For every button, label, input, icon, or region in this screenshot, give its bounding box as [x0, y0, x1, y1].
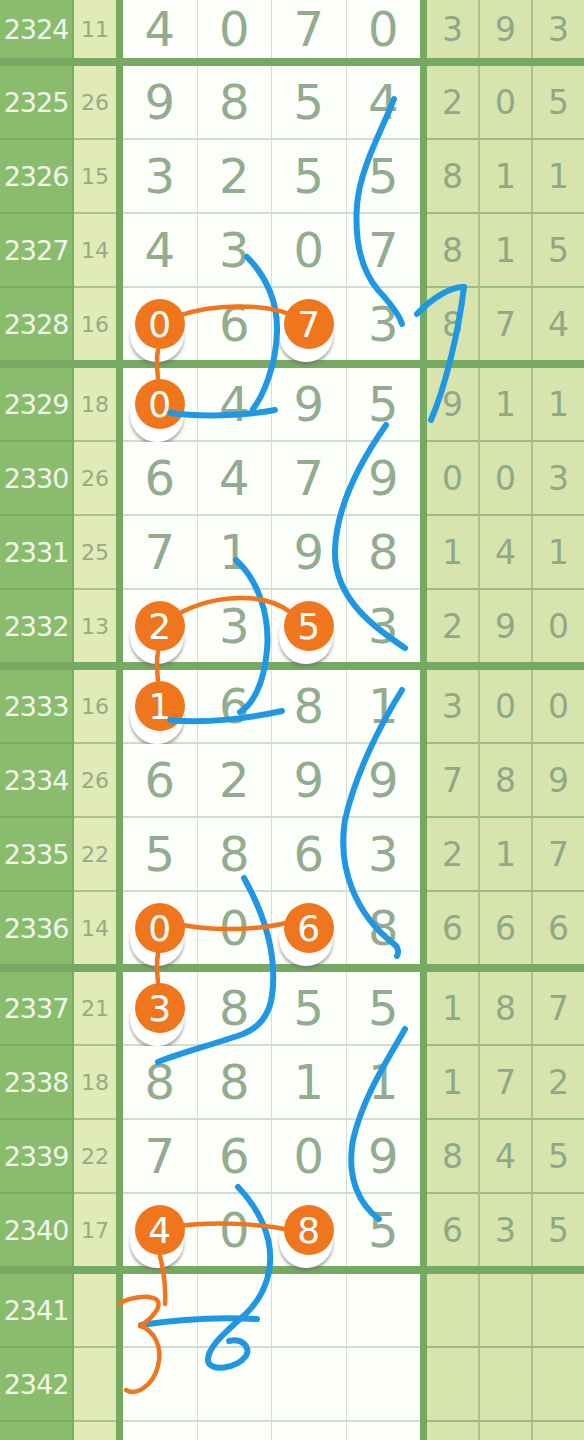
extra-digit-cell: [480, 1348, 533, 1422]
table-row-2333: 2333161681300: [0, 670, 584, 744]
circled-digit: 0: [135, 903, 185, 953]
circled-digit: 6: [284, 903, 334, 953]
main-digit-cell[interactable]: 7: [347, 214, 421, 288]
main-digit-cell[interactable]: [272, 1274, 347, 1348]
grid-divider: [420, 214, 427, 288]
main-digit-cell[interactable]: 3: [347, 590, 421, 662]
main-digit-group: [123, 1348, 420, 1422]
main-digit-cell[interactable]: 1: [198, 516, 273, 590]
main-digit-cell[interactable]: 4: [123, 214, 198, 288]
group-separator: [0, 360, 584, 368]
grid-divider: [420, 892, 427, 964]
sum-cell: 18: [74, 1046, 116, 1120]
period-cell: 2334: [0, 744, 74, 818]
grid-divider: [420, 670, 427, 744]
extra-digit-cell: 1: [480, 368, 533, 442]
extra-digit-group: [427, 1422, 584, 1440]
main-digit-group: 2353: [123, 590, 420, 662]
main-digit-group: 3255: [123, 140, 420, 214]
period-cell: 2325: [0, 66, 74, 140]
grid-divider: [116, 744, 123, 818]
sum-cell: 18: [74, 368, 116, 442]
main-digit-cell[interactable]: [347, 1422, 421, 1440]
grid-divider: [420, 1274, 427, 1348]
extra-digit-cell: 2: [427, 66, 480, 140]
table-row-2337: 2337213855187: [0, 972, 584, 1046]
extra-digit-cell: [533, 1274, 584, 1348]
main-digit-cell[interactable]: 9: [347, 442, 421, 516]
grid-divider: [116, 1422, 123, 1440]
main-digit-cell[interactable]: 9: [272, 744, 347, 818]
grid-divider: [116, 140, 123, 214]
table-row-2341: 2341: [0, 1274, 584, 1348]
main-digit-cell[interactable]: 3: [123, 140, 198, 214]
extra-digit-cell: [480, 1422, 533, 1440]
main-digit-cell[interactable]: 4: [123, 0, 198, 58]
main-digit-cell[interactable]: 5: [347, 368, 421, 442]
grid-divider: [116, 516, 123, 590]
grid-divider: [420, 288, 427, 360]
extra-digit-cell: 7: [427, 744, 480, 818]
sum-cell: 16: [74, 670, 116, 744]
extra-digit-cell: 0: [533, 670, 584, 744]
main-digit-cell[interactable]: 0: [198, 892, 273, 964]
main-digit-cell[interactable]: 5: [347, 140, 421, 214]
main-digit-cell-circled[interactable]: 6: [272, 892, 347, 964]
grid-divider: [420, 442, 427, 516]
grid-divider: [116, 590, 123, 662]
sum-cell: 21: [74, 972, 116, 1046]
main-digit-cell[interactable]: 2: [198, 140, 273, 214]
circled-digit: 4: [135, 1205, 185, 1255]
period-cell: 2326: [0, 140, 74, 214]
extra-digit-cell: 1: [427, 1046, 480, 1120]
main-digit-group: 5863: [123, 818, 420, 892]
highlight-circle: 1: [135, 681, 185, 731]
extra-digit-cell: [480, 1274, 533, 1348]
main-digit-group: 0673: [123, 288, 420, 360]
sum-cell: 11: [74, 0, 116, 58]
sum-cell: 14: [74, 892, 116, 964]
grid-divider: [420, 1348, 427, 1422]
main-digit-group: 6479: [123, 442, 420, 516]
period-cell: 2340: [0, 1194, 74, 1266]
extra-digit-group: 205: [427, 66, 584, 140]
extra-digit-cell: 9: [533, 744, 584, 818]
main-digit-cell[interactable]: 8: [198, 818, 273, 892]
main-digit-cell[interactable]: 5: [272, 66, 347, 140]
main-digit-cell[interactable]: 6: [198, 288, 273, 360]
main-digit-cell[interactable]: 4: [198, 368, 273, 442]
extra-digit-cell: 3: [533, 0, 584, 58]
extra-digit-group: 635: [427, 1194, 584, 1266]
main-digit-cell[interactable]: 8: [198, 972, 273, 1046]
main-digit-cell[interactable]: 9: [347, 744, 421, 818]
main-digit-cell-circled[interactable]: 8: [272, 1194, 347, 1266]
sum-cell: 13: [74, 590, 116, 662]
main-digit-cell[interactable]: 7: [272, 442, 347, 516]
grid-divider: [116, 214, 123, 288]
extra-digit-cell: 3: [533, 442, 584, 516]
period-cell: 2327: [0, 214, 74, 288]
extra-digit-group: 911: [427, 368, 584, 442]
extra-digit-cell: 0: [480, 670, 533, 744]
main-digit-cell[interactable]: 6: [198, 1120, 273, 1194]
highlight-circle: 5: [284, 601, 334, 651]
extra-digit-cell: 4: [480, 1120, 533, 1194]
main-digit-cell[interactable]: 8: [272, 670, 347, 744]
extra-digit-cell: 7: [533, 972, 584, 1046]
period-cell: 2332: [0, 590, 74, 662]
grid-divider: [116, 1120, 123, 1194]
grid-divider: [420, 1422, 427, 1440]
highlight-circle: 2: [135, 601, 185, 651]
main-digit-group: 3855: [123, 972, 420, 1046]
period-cell: 2328: [0, 288, 74, 360]
grid-divider: [116, 892, 123, 964]
main-digit-cell[interactable]: 8: [347, 516, 421, 590]
extra-digit-cell: 2: [427, 818, 480, 892]
main-digit-cell[interactable]: [123, 1348, 198, 1422]
main-digit-cell[interactable]: [198, 1274, 273, 1348]
circled-digit: 1: [135, 681, 185, 731]
extra-digit-cell: 3: [427, 0, 480, 58]
extra-digit-cell: 8: [427, 1120, 480, 1194]
grid-divider: [116, 1046, 123, 1120]
sum-cell: [74, 1274, 116, 1348]
main-digit-cell[interactable]: 3: [198, 590, 273, 662]
sum-cell: 22: [74, 818, 116, 892]
circled-digit: 3: [135, 983, 185, 1033]
extra-digit-cell: 7: [480, 1046, 533, 1120]
main-digit-group: 8811: [123, 1046, 420, 1120]
extra-digit-cell: 5: [533, 66, 584, 140]
main-digit-cell[interactable]: 9: [272, 516, 347, 590]
extra-digit-group: 845: [427, 1120, 584, 1194]
grid-divider: [116, 442, 123, 516]
table-row-2340: 2340174085635: [0, 1194, 584, 1266]
extra-digit-group: 003: [427, 442, 584, 516]
main-digit-group: [123, 1422, 420, 1440]
main-digit-cell[interactable]: [272, 1348, 347, 1422]
period-cell: 2338: [0, 1046, 74, 1120]
table-row-2326: 2326153255811: [0, 140, 584, 214]
highlight-circle: 4: [135, 1205, 185, 1255]
extra-digit-group: 172: [427, 1046, 584, 1120]
lottery-trend-chart-screen: 2324114070393232526985420523261532558112…: [0, 0, 584, 1440]
highlight-circle: 3: [135, 983, 185, 1033]
main-digit-cell[interactable]: 6: [272, 818, 347, 892]
period-cell: 2330: [0, 442, 74, 516]
extra-digit-cell: 4: [533, 288, 584, 360]
extra-digit-group: 187: [427, 972, 584, 1046]
main-digit-group: 4070: [123, 0, 420, 58]
table-row-2332: 2332132353290: [0, 590, 584, 662]
main-digit-cell-circled[interactable]: 7: [272, 288, 347, 360]
extra-digit-cell: 3: [427, 670, 480, 744]
sum-cell: 25: [74, 516, 116, 590]
circled-digit: 0: [135, 299, 185, 349]
grid-divider: [116, 1348, 123, 1422]
sum-cell: 26: [74, 442, 116, 516]
extra-digit-cell: 5: [533, 1120, 584, 1194]
extra-digit-cell: 6: [480, 892, 533, 964]
grid-divider: [116, 0, 123, 58]
extra-digit-group: 789: [427, 744, 584, 818]
main-digit-group: 0495: [123, 368, 420, 442]
extra-digit-cell: 0: [533, 590, 584, 662]
table-row-2329: 2329180495911: [0, 368, 584, 442]
circled-digit: 0: [135, 379, 185, 429]
table-row-2334: 2334266299789: [0, 744, 584, 818]
extra-digit-cell: 5: [533, 1194, 584, 1266]
table-row-2339: 2339227609845: [0, 1120, 584, 1194]
main-digit-cell[interactable]: 0: [198, 0, 273, 58]
group-separator: [0, 58, 584, 66]
main-digit-cell[interactable]: 8: [198, 66, 273, 140]
main-digit-cell[interactable]: 5: [347, 1194, 421, 1266]
table-row-2342: 2342: [0, 1348, 584, 1422]
main-digit-cell[interactable]: [198, 1348, 273, 1422]
grid-divider: [420, 1194, 427, 1266]
main-digit-cell[interactable]: 6: [123, 744, 198, 818]
main-digit-cell-circled[interactable]: 0: [123, 288, 198, 360]
extra-digit-cell: 1: [427, 516, 480, 590]
grid-divider: [420, 66, 427, 140]
extra-digit-cell: 9: [480, 0, 533, 58]
trend-chart: 2324114070393232526985420523261532558112…: [0, 0, 584, 1440]
main-digit-cell[interactable]: 4: [347, 66, 421, 140]
main-digit-cell[interactable]: 7: [272, 0, 347, 58]
main-digit-group: 4307: [123, 214, 420, 288]
period-cell: 2337: [0, 972, 74, 1046]
period-cell: 2342: [0, 1348, 74, 1422]
period-cell: 2324: [0, 0, 74, 58]
main-digit-cell[interactable]: 0: [347, 0, 421, 58]
grid-divider: [420, 140, 427, 214]
extra-digit-cell: 8: [427, 288, 480, 360]
grid-divider: [420, 1046, 427, 1120]
extra-digit-cell: 1: [533, 140, 584, 214]
group-separator: [0, 662, 584, 670]
main-digit-cell[interactable]: [123, 1274, 198, 1348]
main-digit-group: [123, 1274, 420, 1348]
circled-digit: 7: [284, 299, 334, 349]
extra-digit-group: 811: [427, 140, 584, 214]
table-row-partial: [0, 1422, 584, 1440]
highlight-circle: 6: [284, 903, 334, 953]
period-cell: 2339: [0, 1120, 74, 1194]
extra-digit-cell: 5: [533, 214, 584, 288]
main-digit-cell[interactable]: [347, 1274, 421, 1348]
period-cell: 2335: [0, 818, 74, 892]
grid-divider: [420, 0, 427, 58]
extra-digit-cell: 8: [427, 140, 480, 214]
main-digit-cell[interactable]: 5: [347, 972, 421, 1046]
extra-digit-cell: 9: [480, 590, 533, 662]
extra-digit-cell: [533, 1348, 584, 1422]
highlight-circle: 7: [284, 299, 334, 349]
period-cell: 2331: [0, 516, 74, 590]
grid-divider: [420, 744, 427, 818]
extra-digit-cell: 8: [480, 744, 533, 818]
sum-cell: 26: [74, 66, 116, 140]
sum-cell: 26: [74, 744, 116, 818]
group-separator: [0, 1266, 584, 1274]
main-digit-cell[interactable]: 9: [347, 1120, 421, 1194]
period-cell: 2336: [0, 892, 74, 964]
extra-digit-cell: 2: [533, 1046, 584, 1120]
main-digit-group: 0068: [123, 892, 420, 964]
extra-digit-cell: 4: [480, 516, 533, 590]
extra-digit-cell: 6: [533, 892, 584, 964]
main-digit-cell[interactable]: [198, 1422, 273, 1440]
extra-digit-cell: 0: [480, 442, 533, 516]
extra-digit-cell: 1: [480, 818, 533, 892]
extra-digit-cell: [427, 1422, 480, 1440]
grid-divider: [116, 1274, 123, 1348]
grid-divider: [116, 288, 123, 360]
main-digit-cell[interactable]: 1: [347, 1046, 421, 1120]
main-digit-cell[interactable]: 7: [123, 516, 198, 590]
extra-digit-cell: 7: [533, 818, 584, 892]
sum-cell: 22: [74, 1120, 116, 1194]
main-digit-cell[interactable]: 3: [198, 214, 273, 288]
sum-cell: 15: [74, 140, 116, 214]
extra-digit-group: 815: [427, 214, 584, 288]
sum-cell: [74, 1422, 116, 1440]
grid-divider: [420, 1120, 427, 1194]
main-digit-cell[interactable]: 6: [123, 442, 198, 516]
main-digit-cell-circled[interactable]: 5: [272, 590, 347, 662]
table-row-2338: 2338188811172: [0, 1046, 584, 1120]
main-digit-cell[interactable]: 0: [198, 1194, 273, 1266]
extra-digit-cell: [533, 1422, 584, 1440]
main-digit-cell[interactable]: 5: [272, 972, 347, 1046]
main-digit-cell[interactable]: 0: [272, 1120, 347, 1194]
main-digit-cell-circled[interactable]: 2: [123, 590, 198, 662]
highlight-circle: 0: [135, 903, 185, 953]
main-digit-group: 7198: [123, 516, 420, 590]
extra-digit-cell: 8: [480, 972, 533, 1046]
main-digit-cell[interactable]: 8: [123, 1046, 198, 1120]
main-digit-cell-circled[interactable]: 1: [123, 670, 198, 744]
table-row-2335: 2335225863217: [0, 818, 584, 892]
extra-digit-cell: 6: [427, 1194, 480, 1266]
grid-divider: [420, 590, 427, 662]
extra-digit-cell: 7: [480, 288, 533, 360]
highlight-circle: 0: [135, 379, 185, 429]
period-cell: [0, 1422, 74, 1440]
sum-cell: 14: [74, 214, 116, 288]
extra-digit-cell: 2: [427, 590, 480, 662]
extra-digit-group: 874: [427, 288, 584, 360]
extra-digit-cell: 0: [480, 66, 533, 140]
main-digit-group: 7609: [123, 1120, 420, 1194]
table-row-2328: 2328160673874: [0, 288, 584, 360]
main-digit-cell-circled[interactable]: 0: [123, 892, 198, 964]
grid-divider: [420, 972, 427, 1046]
sum-cell: 16: [74, 288, 116, 360]
extra-digit-cell: 1: [427, 972, 480, 1046]
table-row-2336: 2336140068666: [0, 892, 584, 964]
grid-divider: [116, 66, 123, 140]
extra-digit-cell: [427, 1348, 480, 1422]
main-digit-cell[interactable]: 9: [123, 66, 198, 140]
main-digit-cell[interactable]: 5: [123, 818, 198, 892]
main-digit-cell[interactable]: 5: [272, 140, 347, 214]
extra-digit-group: 290: [427, 590, 584, 662]
main-digit-cell[interactable]: 8: [347, 892, 421, 964]
period-cell: 2341: [0, 1274, 74, 1348]
main-digit-group: 4085: [123, 1194, 420, 1266]
grid-divider: [420, 818, 427, 892]
extra-digit-group: 217: [427, 818, 584, 892]
main-digit-cell[interactable]: 8: [198, 1046, 273, 1120]
main-digit-cell[interactable]: 7: [123, 1120, 198, 1194]
main-digit-cell[interactable]: 2: [198, 744, 273, 818]
main-digit-cell-circled[interactable]: 4: [123, 1194, 198, 1266]
main-digit-cell[interactable]: 3: [347, 288, 421, 360]
extra-digit-cell: 8: [427, 214, 480, 288]
extra-digit-cell: 9: [427, 368, 480, 442]
main-digit-cell-circled[interactable]: 0: [123, 368, 198, 442]
grid-divider: [116, 972, 123, 1046]
main-digit-group: 6299: [123, 744, 420, 818]
main-digit-cell[interactable]: [347, 1348, 421, 1422]
main-digit-cell[interactable]: 1: [347, 670, 421, 744]
highlight-circle: 0: [135, 299, 185, 349]
period-cell: 2333: [0, 670, 74, 744]
extra-digit-cell: [427, 1274, 480, 1348]
main-digit-cell[interactable]: 9: [272, 368, 347, 442]
main-digit-cell-circled[interactable]: 3: [123, 972, 198, 1046]
main-digit-cell[interactable]: 4: [198, 442, 273, 516]
sum-cell: 17: [74, 1194, 116, 1266]
grid-divider: [116, 368, 123, 442]
extra-digit-cell: 3: [480, 1194, 533, 1266]
extra-digit-cell: 1: [533, 368, 584, 442]
main-digit-cell[interactable]: 3: [347, 818, 421, 892]
grid-divider: [116, 670, 123, 744]
table-row-2330: 2330266479003: [0, 442, 584, 516]
extra-digit-group: 393: [427, 0, 584, 58]
extra-digit-group: 141: [427, 516, 584, 590]
table-row-2324: 2324114070393: [0, 0, 584, 58]
main-digit-group: 9854: [123, 66, 420, 140]
table-row-2325: 2325269854205: [0, 66, 584, 140]
grid-divider: [116, 818, 123, 892]
extra-digit-cell: 1: [480, 214, 533, 288]
extra-digit-group: [427, 1348, 584, 1422]
table-row-2331: 2331257198141: [0, 516, 584, 590]
period-cell: 2329: [0, 368, 74, 442]
main-digit-cell[interactable]: 0: [272, 214, 347, 288]
main-digit-group: 1681: [123, 670, 420, 744]
sum-cell: [74, 1348, 116, 1422]
main-digit-cell[interactable]: 1: [272, 1046, 347, 1120]
grid-divider: [420, 368, 427, 442]
highlight-circle: 8: [284, 1205, 334, 1255]
extra-digit-cell: 0: [427, 442, 480, 516]
main-digit-cell[interactable]: 6: [198, 670, 273, 744]
main-digit-cell[interactable]: [123, 1422, 198, 1440]
extra-digit-cell: 1: [533, 516, 584, 590]
circled-digit: 5: [284, 601, 334, 651]
main-digit-cell[interactable]: [272, 1422, 347, 1440]
group-separator: [0, 964, 584, 972]
extra-digit-group: [427, 1274, 584, 1348]
